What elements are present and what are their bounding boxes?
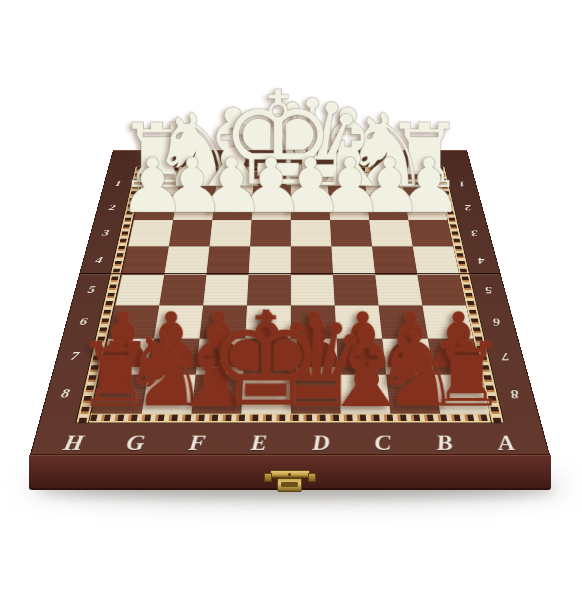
file-label-e: E: [243, 432, 275, 453]
square-b4[interactable]: [372, 246, 417, 274]
file-label-g: G: [118, 432, 153, 453]
board-fold-seam: [80, 273, 501, 275]
file-label-d: D: [305, 432, 337, 453]
square-g4[interactable]: [164, 246, 209, 274]
square-h4[interactable]: [122, 246, 169, 274]
brown-king-e8[interactable]: ♚: [198, 295, 334, 425]
chess-set-photo: 1 2 3 4 5 6 7 8 1 2 3 4 5 6 7 8 H: [0, 0, 582, 606]
square-e4[interactable]: [249, 246, 291, 274]
folding-chessboard: 1 2 3 4 5 6 7 8 1 2 3 4 5 6 7 8 H: [30, 150, 550, 455]
board-3d-scene: 1 2 3 4 5 6 7 8 1 2 3 4 5 6 7 8 H: [30, 0, 550, 455]
clasp-hasp: [277, 478, 302, 492]
rank-label-right-4: 4: [467, 246, 496, 274]
square-d4[interactable]: [291, 246, 333, 274]
white-pawn-h2[interactable]: ♟: [99, 148, 205, 224]
clasp-screw-icon: [288, 473, 291, 476]
file-label-h: H: [55, 432, 91, 453]
file-label-f: F: [180, 432, 214, 453]
file-label-c: C: [366, 432, 400, 453]
brass-clasp: [269, 469, 311, 495]
file-label-b: B: [427, 432, 462, 453]
rank-label-right-3: 3: [460, 220, 488, 246]
file-label-a: A: [488, 432, 524, 453]
file-labels-bottom: H G F E D C B A: [31, 423, 549, 455]
square-a4[interactable]: [413, 246, 460, 274]
clasp-plate: [270, 470, 310, 478]
rank-label-left-4: 4: [84, 246, 113, 274]
square-c4[interactable]: [331, 246, 375, 274]
square-f4[interactable]: [206, 246, 250, 274]
